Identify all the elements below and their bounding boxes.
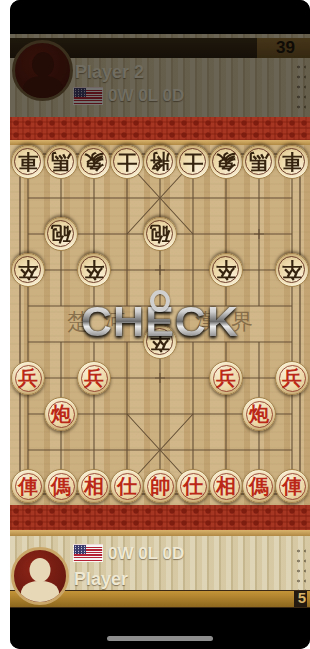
- piece-glyph: 車: [282, 152, 302, 172]
- piece-black-soldier[interactable]: 卒: [143, 325, 177, 359]
- player-name: Player: [74, 569, 128, 590]
- piece-red-advisor[interactable]: 仕: [110, 469, 144, 503]
- piece-glyph: 象: [216, 152, 236, 172]
- piece-glyph: 砲: [51, 224, 71, 244]
- status-bar: [10, 0, 310, 34]
- player-panel: 0W 0L 0D Player 5: [10, 536, 310, 608]
- piece-glyph: 兵: [216, 368, 236, 388]
- player-record: 0W 0L 0D: [108, 544, 184, 564]
- piece-black-cannon[interactable]: 砲: [44, 217, 78, 251]
- piece-red-advisor[interactable]: 仕: [176, 469, 210, 503]
- piece-glyph: 傌: [51, 476, 71, 496]
- piece-black-general[interactable]: 將: [143, 145, 177, 179]
- piece-black-advisor[interactable]: 士: [176, 145, 210, 179]
- piece-black-soldier[interactable]: 卒: [275, 253, 309, 287]
- piece-glyph: 俥: [282, 476, 302, 496]
- piece-glyph: 仕: [183, 476, 203, 496]
- opponent-avatar[interactable]: [12, 40, 73, 101]
- piece-black-elephant[interactable]: 象: [209, 145, 243, 179]
- piece-black-soldier[interactable]: 卒: [77, 253, 111, 287]
- xiangqi-board[interactable]: 楚 河 漢 界 車馬象士將士象馬車砲砲卒卒卒卒卒兵兵兵兵炮炮俥傌相仕帥仕相傌俥: [10, 145, 310, 505]
- piece-black-elephant[interactable]: 象: [77, 145, 111, 179]
- avatar-torso-icon: [23, 76, 63, 101]
- piece-glyph: 仕: [117, 476, 137, 496]
- piece-red-chariot[interactable]: 俥: [11, 469, 45, 503]
- piece-black-advisor[interactable]: 士: [110, 145, 144, 179]
- piece-glyph: 卒: [216, 260, 236, 280]
- drag-handle-dots-icon[interactable]: [295, 62, 306, 114]
- piece-black-soldier[interactable]: 卒: [11, 253, 45, 287]
- us-flag-icon: [73, 87, 103, 105]
- piece-glyph: 傌: [249, 476, 269, 496]
- opponent-timer: 39: [276, 38, 295, 58]
- piece-glyph: 象: [84, 152, 104, 172]
- piece-glyph: 馬: [51, 152, 71, 172]
- piece-glyph: 相: [84, 476, 104, 496]
- piece-glyph: 士: [117, 152, 137, 172]
- piece-glyph: 兵: [282, 368, 302, 388]
- piece-glyph: 砲: [150, 224, 170, 244]
- piece-red-cannon[interactable]: 炮: [242, 397, 276, 431]
- piece-glyph: 炮: [51, 404, 71, 424]
- piece-red-cannon[interactable]: 炮: [44, 397, 78, 431]
- decorative-red-band-top: [10, 117, 310, 140]
- player-timer: 5: [298, 590, 306, 606]
- piece-red-soldier[interactable]: 兵: [275, 361, 309, 395]
- piece-black-chariot[interactable]: 車: [11, 145, 45, 179]
- piece-glyph: 將: [150, 152, 170, 172]
- piece-red-horse[interactable]: 傌: [242, 469, 276, 503]
- piece-glyph: 相: [216, 476, 236, 496]
- bottom-bar: [10, 608, 310, 649]
- piece-red-chariot[interactable]: 俥: [275, 469, 309, 503]
- piece-red-general[interactable]: 帥: [143, 469, 177, 503]
- piece-black-horse[interactable]: 馬: [44, 145, 78, 179]
- avatar-torso-icon: [21, 581, 59, 605]
- opponent-name: Player 2: [75, 62, 144, 83]
- home-indicator[interactable]: [107, 636, 213, 641]
- us-flag-icon: [73, 544, 103, 562]
- piece-glyph: 俥: [18, 476, 38, 496]
- piece-black-chariot[interactable]: 車: [275, 145, 309, 179]
- opponent-panel: 39 Player 2 0W 0L 0D: [10, 34, 310, 117]
- piece-red-elephant[interactable]: 相: [77, 469, 111, 503]
- piece-glyph: 卒: [282, 260, 302, 280]
- piece-glyph: 帥: [150, 476, 170, 496]
- piece-red-soldier[interactable]: 兵: [209, 361, 243, 395]
- player-avatar[interactable]: [11, 547, 69, 605]
- avatar-head-icon: [30, 558, 51, 582]
- piece-red-soldier[interactable]: 兵: [11, 361, 45, 395]
- piece-glyph: 炮: [249, 404, 269, 424]
- piece-black-soldier[interactable]: 卒: [209, 253, 243, 287]
- piece-red-soldier[interactable]: 兵: [77, 361, 111, 395]
- piece-glyph: 兵: [18, 368, 38, 388]
- piece-glyph: 士: [183, 152, 203, 172]
- piece-black-cannon[interactable]: 砲: [143, 217, 177, 251]
- piece-glyph: 卒: [84, 260, 104, 280]
- avatar-head-icon: [32, 52, 54, 77]
- piece-red-elephant[interactable]: 相: [209, 469, 243, 503]
- piece-glyph: 馬: [249, 152, 269, 172]
- piece-glyph: 兵: [84, 368, 104, 388]
- piece-grid: 車馬象士將士象馬車砲砲卒卒卒卒卒兵兵兵兵炮炮俥傌相仕帥仕相傌俥: [12, 144, 309, 504]
- piece-glyph: 卒: [150, 332, 170, 352]
- piece-glyph: 卒: [18, 260, 38, 280]
- decorative-red-band-bottom: [10, 505, 310, 530]
- piece-glyph: 車: [18, 152, 38, 172]
- piece-red-horse[interactable]: 傌: [44, 469, 78, 503]
- app-screen: 39 Player 2 0W 0L 0D: [10, 0, 310, 649]
- opponent-record: 0W 0L 0D: [108, 86, 184, 106]
- piece-black-horse[interactable]: 馬: [242, 145, 276, 179]
